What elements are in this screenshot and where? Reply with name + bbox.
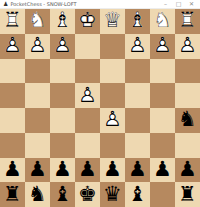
square-f6[interactable] (50, 133, 75, 158)
square-f1[interactable]: ♝♗ (50, 9, 75, 34)
square-a5[interactable]: ♞ (175, 108, 200, 133)
square-b8[interactable] (150, 182, 175, 207)
square-f3[interactable] (50, 59, 75, 84)
square-b6[interactable] (150, 133, 175, 158)
black-knight-piece: ♞ (28, 184, 47, 205)
square-d8[interactable]: ♛ (100, 182, 125, 207)
white-rook-piece: ♖ (178, 10, 197, 31)
square-b2[interactable]: ♟♙ (150, 34, 175, 59)
square-d3[interactable] (100, 59, 125, 84)
white-pawn-piece: ♙ (128, 35, 147, 56)
black-queen-piece: ♛ (103, 184, 122, 205)
square-f5[interactable] (50, 108, 75, 133)
white-pawn-piece: ♙ (103, 109, 122, 130)
white-pawn-piece: ♙ (78, 85, 97, 106)
white-king-piece: ♔ (78, 10, 97, 31)
black-bishop-piece: ♝ (128, 184, 147, 205)
square-a8[interactable]: ♜ (175, 182, 200, 207)
square-e3[interactable] (75, 59, 100, 84)
black-pawn-piece: ♟ (128, 159, 147, 180)
square-c8[interactable]: ♝ (125, 182, 150, 207)
square-a1[interactable]: ♜♖ (175, 9, 200, 34)
black-pawn-piece: ♟ (153, 159, 172, 180)
square-g7[interactable]: ♟ (25, 158, 50, 183)
square-g4[interactable] (25, 83, 50, 108)
square-h2[interactable]: ♟♙ (0, 34, 25, 59)
square-f4[interactable] (50, 83, 75, 108)
square-b3[interactable] (150, 59, 175, 84)
white-pawn-piece: ♙ (3, 35, 22, 56)
square-a7[interactable]: ♟ (175, 158, 200, 183)
square-c2[interactable]: ♟♙ (125, 34, 150, 59)
square-b1[interactable]: ♞♘ (150, 9, 175, 34)
square-c4[interactable] (125, 83, 150, 108)
black-knight-piece: ♞ (178, 109, 197, 130)
square-h7[interactable]: ♟ (0, 158, 25, 183)
square-f7[interactable]: ♟ (50, 158, 75, 183)
black-pawn-piece: ♟ (178, 159, 197, 180)
white-queen-piece: ♕ (103, 10, 122, 31)
square-d2[interactable] (100, 34, 125, 59)
white-rook-piece: ♖ (3, 10, 22, 31)
white-knight-piece: ♘ (153, 10, 172, 31)
black-pawn-piece: ♟ (103, 159, 122, 180)
square-e6[interactable] (75, 133, 100, 158)
app-window: ♟ PocketChess - SNOW-LOFT – □ ✕ ♜♖♞♘♝♗♚♔… (0, 0, 200, 207)
black-bishop-piece: ♝ (53, 184, 72, 205)
white-pawn-piece: ♙ (53, 35, 72, 56)
square-f8[interactable]: ♝ (50, 182, 75, 207)
square-h3[interactable] (0, 59, 25, 84)
square-c1[interactable]: ♝♗ (125, 9, 150, 34)
square-g1[interactable]: ♞♘ (25, 9, 50, 34)
square-b5[interactable] (150, 108, 175, 133)
black-pawn-piece: ♟ (78, 159, 97, 180)
black-pawn-piece: ♟ (3, 159, 22, 180)
maximize-button[interactable]: □ (173, 1, 184, 7)
square-g3[interactable] (25, 59, 50, 84)
square-c7[interactable]: ♟ (125, 158, 150, 183)
square-e7[interactable]: ♟ (75, 158, 100, 183)
square-f2[interactable]: ♟♙ (50, 34, 75, 59)
square-d5[interactable]: ♟♙ (100, 108, 125, 133)
square-d4[interactable] (100, 83, 125, 108)
white-knight-piece: ♘ (28, 10, 47, 31)
square-e4[interactable]: ♟♙ (75, 83, 100, 108)
white-pawn-piece: ♙ (153, 35, 172, 56)
white-pawn-piece: ♙ (178, 35, 197, 56)
white-pawn-piece: ♙ (28, 35, 47, 56)
minimize-button[interactable]: – (160, 1, 171, 7)
square-c5[interactable] (125, 108, 150, 133)
square-g8[interactable]: ♞ (25, 182, 50, 207)
square-e5[interactable] (75, 108, 100, 133)
white-bishop-piece: ♗ (128, 10, 147, 31)
black-rook-piece: ♜ (178, 184, 197, 205)
square-h1[interactable]: ♜♖ (0, 9, 25, 34)
black-pawn-piece: ♟ (53, 159, 72, 180)
square-g6[interactable] (25, 133, 50, 158)
square-a3[interactable] (175, 59, 200, 84)
chess-board: ♜♖♞♘♝♗♚♔♛♕♝♗♞♘♜♖♟♙♟♙♟♙♟♙♟♙♟♙♟♙♟♙♞♟♟♟♟♟♟♟… (0, 9, 200, 207)
black-king-piece: ♚ (78, 184, 97, 205)
square-c3[interactable] (125, 59, 150, 84)
square-h5[interactable] (0, 108, 25, 133)
square-b4[interactable] (150, 83, 175, 108)
square-h4[interactable] (0, 83, 25, 108)
square-g5[interactable] (25, 108, 50, 133)
square-d1[interactable]: ♛♕ (100, 9, 125, 34)
square-d7[interactable]: ♟ (100, 158, 125, 183)
square-b7[interactable]: ♟ (150, 158, 175, 183)
square-g2[interactable]: ♟♙ (25, 34, 50, 59)
square-e2[interactable] (75, 34, 100, 59)
white-bishop-piece: ♗ (53, 10, 72, 31)
square-a4[interactable] (175, 83, 200, 108)
square-a6[interactable] (175, 133, 200, 158)
close-button[interactable]: ✕ (186, 1, 197, 7)
black-pawn-piece: ♟ (28, 159, 47, 180)
square-h8[interactable]: ♜ (0, 182, 25, 207)
square-a2[interactable]: ♟♙ (175, 34, 200, 59)
square-e8[interactable]: ♚ (75, 182, 100, 207)
square-h6[interactable] (0, 133, 25, 158)
square-d6[interactable] (100, 133, 125, 158)
black-rook-piece: ♜ (3, 184, 22, 205)
square-e1[interactable]: ♚♔ (75, 9, 100, 34)
pawn-icon: ♟ (3, 1, 8, 7)
window-title: PocketChess - SNOW-LOFT (10, 2, 158, 7)
square-c6[interactable] (125, 133, 150, 158)
